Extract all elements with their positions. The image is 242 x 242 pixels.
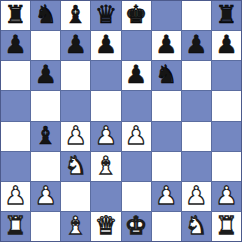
square-f1[interactable] [152,212,181,241]
square-e5[interactable] [122,91,151,120]
square-a6[interactable] [1,61,30,90]
piece-black-pawn[interactable]: ♟ [215,32,237,57]
square-g4[interactable] [182,122,211,151]
square-f8[interactable] [152,1,181,30]
square-h2[interactable]: ♟ [212,182,241,211]
square-g5[interactable] [182,91,211,120]
piece-white-pawn[interactable]: ♟ [185,183,207,208]
piece-white-pawn[interactable]: ♟ [4,183,26,208]
square-a5[interactable] [1,91,30,120]
piece-black-pawn[interactable]: ♟ [185,32,207,57]
piece-white-pawn[interactable]: ♟ [65,123,87,148]
square-g8[interactable] [182,1,211,30]
square-h6[interactable] [212,61,241,90]
piece-black-pawn[interactable]: ♟ [65,32,87,57]
piece-white-pawn[interactable]: ♟ [95,123,117,148]
square-g6[interactable] [182,61,211,90]
piece-white-bishop[interactable]: ♝ [95,153,117,178]
square-a4[interactable] [1,122,30,151]
square-b2[interactable]: ♟ [31,182,60,211]
piece-white-bishop[interactable]: ♝ [65,213,87,238]
square-b5[interactable] [31,91,60,120]
piece-white-queen[interactable]: ♛ [95,213,117,238]
square-h3[interactable] [212,152,241,181]
square-d8[interactable]: ♛ [91,1,120,30]
piece-black-pawn[interactable]: ♟ [4,32,26,57]
square-b4[interactable]: ♝ [31,122,60,151]
piece-white-pawn[interactable]: ♟ [34,183,56,208]
square-b7[interactable] [31,31,60,60]
chess-board-grid: ♜♞♝♛♚♜♟♟♟♟♟♟♟♟♞♝♟♟♟♞♝♟♟♟♟♟♜♝♛♚♞♜ [1,1,241,241]
chess-board: ♜♞♝♛♚♜♟♟♟♟♟♟♟♟♞♝♟♟♟♞♝♟♟♟♟♟♜♝♛♚♞♜ [0,0,242,242]
square-c7[interactable]: ♟ [61,31,90,60]
square-e8[interactable]: ♚ [122,1,151,30]
square-d7[interactable]: ♟ [91,31,120,60]
square-f6[interactable]: ♞ [152,61,181,90]
square-b8[interactable]: ♞ [31,1,60,30]
square-a8[interactable]: ♜ [1,1,30,30]
piece-black-bishop[interactable]: ♝ [65,2,87,27]
piece-black-knight[interactable]: ♞ [155,62,177,87]
square-d5[interactable] [91,91,120,120]
square-f7[interactable]: ♟ [152,31,181,60]
square-e4[interactable]: ♟ [122,122,151,151]
square-c4[interactable]: ♟ [61,122,90,151]
square-c2[interactable] [61,182,90,211]
square-g3[interactable] [182,152,211,181]
piece-black-queen[interactable]: ♛ [95,2,117,27]
piece-white-king[interactable]: ♚ [125,213,147,238]
square-d4[interactable]: ♟ [91,122,120,151]
piece-black-pawn[interactable]: ♟ [95,32,117,57]
square-g2[interactable]: ♟ [182,182,211,211]
square-f2[interactable]: ♟ [152,182,181,211]
square-g1[interactable]: ♞ [182,212,211,241]
square-e1[interactable]: ♚ [122,212,151,241]
square-f3[interactable] [152,152,181,181]
square-a1[interactable]: ♜ [1,212,30,241]
square-c8[interactable]: ♝ [61,1,90,30]
square-c3[interactable]: ♞ [61,152,90,181]
square-e7[interactable] [122,31,151,60]
square-c6[interactable] [61,61,90,90]
piece-black-bishop[interactable]: ♝ [34,123,56,148]
square-a7[interactable]: ♟ [1,31,30,60]
piece-black-pawn[interactable]: ♟ [125,62,147,87]
square-h8[interactable]: ♜ [212,1,241,30]
piece-black-rook[interactable]: ♜ [215,2,237,27]
square-f5[interactable] [152,91,181,120]
square-h7[interactable]: ♟ [212,31,241,60]
piece-white-pawn[interactable]: ♟ [125,123,147,148]
square-h4[interactable] [212,122,241,151]
piece-black-king[interactable]: ♚ [125,2,147,27]
square-d1[interactable]: ♛ [91,212,120,241]
square-g7[interactable]: ♟ [182,31,211,60]
piece-black-knight[interactable]: ♞ [34,2,56,27]
piece-black-rook[interactable]: ♜ [4,2,26,27]
square-e3[interactable] [122,152,151,181]
piece-white-knight[interactable]: ♞ [185,213,207,238]
square-h5[interactable] [212,91,241,120]
square-d2[interactable] [91,182,120,211]
square-a3[interactable] [1,152,30,181]
piece-black-pawn[interactable]: ♟ [155,32,177,57]
piece-white-pawn[interactable]: ♟ [215,183,237,208]
piece-white-rook[interactable]: ♜ [215,213,237,238]
square-d3[interactable]: ♝ [91,152,120,181]
square-h1[interactable]: ♜ [212,212,241,241]
piece-white-knight[interactable]: ♞ [65,153,87,178]
piece-white-pawn[interactable]: ♟ [155,183,177,208]
square-b1[interactable] [31,212,60,241]
piece-black-pawn[interactable]: ♟ [34,62,56,87]
square-f4[interactable] [152,122,181,151]
square-b3[interactable] [31,152,60,181]
square-b6[interactable]: ♟ [31,61,60,90]
square-c5[interactable] [61,91,90,120]
square-d6[interactable] [91,61,120,90]
square-e6[interactable]: ♟ [122,61,151,90]
piece-white-rook[interactable]: ♜ [4,213,26,238]
square-e2[interactable] [122,182,151,211]
square-c1[interactable]: ♝ [61,212,90,241]
square-a2[interactable]: ♟ [1,182,30,211]
